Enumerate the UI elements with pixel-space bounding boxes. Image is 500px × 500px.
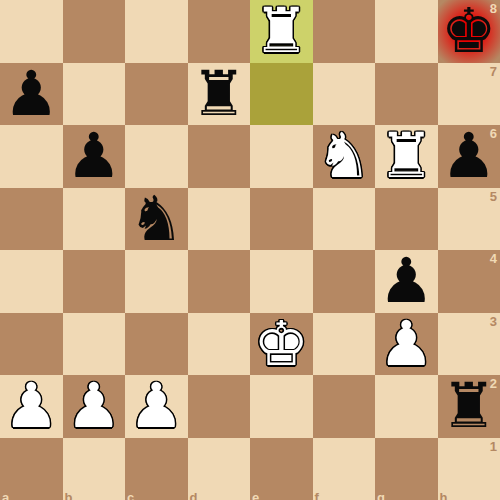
rank-label-7: 7 xyxy=(490,64,497,79)
square-d2[interactable] xyxy=(188,375,251,438)
square-d7[interactable]: ♜ xyxy=(188,63,251,126)
file-label-a: a xyxy=(2,490,9,500)
square-h5[interactable]: 5 xyxy=(438,188,500,251)
square-f4[interactable] xyxy=(313,250,376,313)
square-g6[interactable]: ♜ xyxy=(375,125,438,188)
square-b2[interactable]: ♟ xyxy=(63,375,126,438)
white-pawn[interactable]: ♟ xyxy=(125,375,188,438)
square-b3[interactable] xyxy=(63,313,126,376)
rank-label-3: 3 xyxy=(490,314,497,329)
file-label-c: c xyxy=(127,490,134,500)
white-pawn[interactable]: ♟ xyxy=(0,375,63,438)
file-label-b: b xyxy=(65,490,73,500)
square-c7[interactable] xyxy=(125,63,188,126)
square-d3[interactable] xyxy=(188,313,251,376)
square-b8[interactable] xyxy=(63,0,126,63)
square-c6[interactable] xyxy=(125,125,188,188)
square-b4[interactable] xyxy=(63,250,126,313)
square-g8[interactable] xyxy=(375,0,438,63)
white-king[interactable]: ♚ xyxy=(250,313,313,376)
square-h2[interactable]: 2♜ xyxy=(438,375,500,438)
square-f3[interactable] xyxy=(313,313,376,376)
black-pawn[interactable]: ♟ xyxy=(375,250,438,313)
file-label-h: h xyxy=(440,490,448,500)
square-b1[interactable]: b xyxy=(63,438,126,500)
file-label-e: e xyxy=(252,490,259,500)
square-d6[interactable] xyxy=(188,125,251,188)
square-g2[interactable] xyxy=(375,375,438,438)
square-d4[interactable] xyxy=(188,250,251,313)
square-f7[interactable] xyxy=(313,63,376,126)
square-a7[interactable]: ♟ xyxy=(0,63,63,126)
file-label-g: g xyxy=(377,490,385,500)
square-a1[interactable]: a xyxy=(0,438,63,500)
square-d5[interactable] xyxy=(188,188,251,251)
square-a3[interactable] xyxy=(0,313,63,376)
black-pawn[interactable]: ♟ xyxy=(0,63,63,126)
file-label-f: f xyxy=(315,490,319,500)
square-h3[interactable]: 3 xyxy=(438,313,500,376)
square-e4[interactable] xyxy=(250,250,313,313)
square-h8[interactable]: 8♚ xyxy=(438,0,500,63)
rank-label-4: 4 xyxy=(490,251,497,266)
square-h4[interactable]: 4 xyxy=(438,250,500,313)
white-pawn[interactable]: ♟ xyxy=(63,375,126,438)
square-c8[interactable] xyxy=(125,0,188,63)
black-rook[interactable]: ♜ xyxy=(188,63,251,126)
black-pawn[interactable]: ♟ xyxy=(63,125,126,188)
square-f8[interactable] xyxy=(313,0,376,63)
white-knight[interactable]: ♞ xyxy=(313,125,376,188)
square-e5[interactable] xyxy=(250,188,313,251)
black-king[interactable]: ♚ xyxy=(438,0,500,63)
square-e7[interactable] xyxy=(250,63,313,126)
square-g4[interactable]: ♟ xyxy=(375,250,438,313)
black-pawn[interactable]: ♟ xyxy=(438,125,500,188)
square-d1[interactable]: d xyxy=(188,438,251,500)
square-c4[interactable] xyxy=(125,250,188,313)
square-g3[interactable]: ♟ xyxy=(375,313,438,376)
square-b6[interactable]: ♟ xyxy=(63,125,126,188)
square-g7[interactable] xyxy=(375,63,438,126)
square-a5[interactable] xyxy=(0,188,63,251)
square-f1[interactable]: f xyxy=(313,438,376,500)
square-a6[interactable] xyxy=(0,125,63,188)
square-a4[interactable] xyxy=(0,250,63,313)
square-e3[interactable]: ♚ xyxy=(250,313,313,376)
square-c2[interactable]: ♟ xyxy=(125,375,188,438)
square-a8[interactable] xyxy=(0,0,63,63)
square-c3[interactable] xyxy=(125,313,188,376)
black-knight[interactable]: ♞ xyxy=(125,188,188,251)
square-g1[interactable]: g xyxy=(375,438,438,500)
square-h7[interactable]: 7 xyxy=(438,63,500,126)
square-c5[interactable]: ♞ xyxy=(125,188,188,251)
square-g5[interactable] xyxy=(375,188,438,251)
black-rook[interactable]: ♜ xyxy=(438,375,500,438)
white-rook[interactable]: ♜ xyxy=(375,125,438,188)
square-b7[interactable] xyxy=(63,63,126,126)
square-e1[interactable]: e xyxy=(250,438,313,500)
square-h6[interactable]: 6♟ xyxy=(438,125,500,188)
white-pawn[interactable]: ♟ xyxy=(375,313,438,376)
rank-label-5: 5 xyxy=(490,189,497,204)
file-label-d: d xyxy=(190,490,198,500)
rank-label-1: 1 xyxy=(490,439,497,454)
square-h1[interactable]: 1h xyxy=(438,438,500,500)
square-d8[interactable] xyxy=(188,0,251,63)
square-a2[interactable]: ♟ xyxy=(0,375,63,438)
chess-board: ♜8♚♟♜7♟♞♜6♟♞5♟4♚♟3♟♟♟2♜abcdefg1h xyxy=(0,0,500,500)
square-f2[interactable] xyxy=(313,375,376,438)
square-e8[interactable]: ♜ xyxy=(250,0,313,63)
square-f5[interactable] xyxy=(313,188,376,251)
square-c1[interactable]: c xyxy=(125,438,188,500)
square-e2[interactable] xyxy=(250,375,313,438)
square-b5[interactable] xyxy=(63,188,126,251)
white-rook[interactable]: ♜ xyxy=(250,0,313,63)
square-f6[interactable]: ♞ xyxy=(313,125,376,188)
square-e6[interactable] xyxy=(250,125,313,188)
